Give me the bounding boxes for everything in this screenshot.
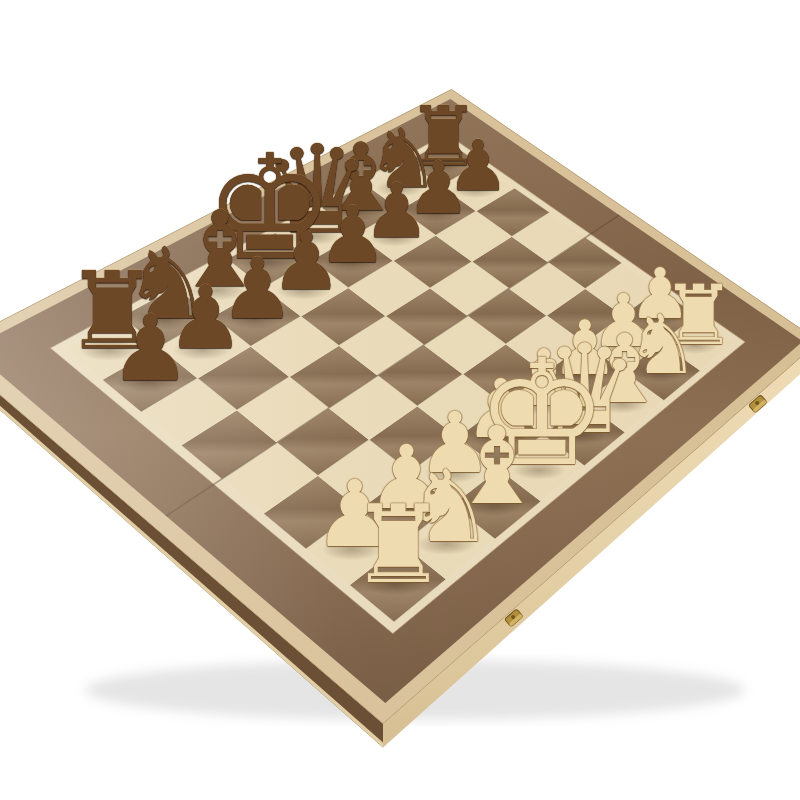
chess-board — [0, 0, 800, 800]
light-sheen — [0, 89, 800, 723]
chess-set-photo: ♜♞♟♝♟♛♟♚♟♝♟♟♟♞♜♟♟♜♞♟♟♝♟♛♟♚♟♝♟♞♟♜ — [0, 0, 800, 800]
